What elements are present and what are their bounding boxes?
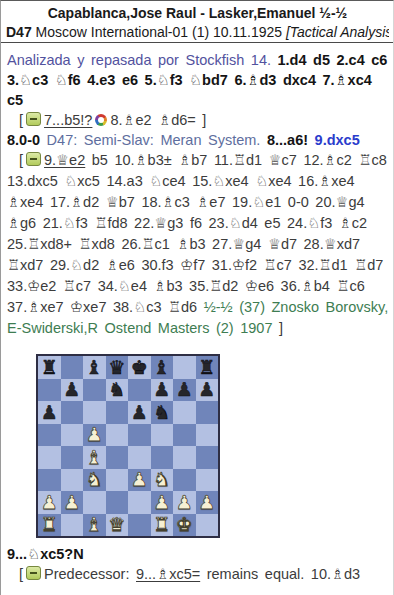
white-pawn: ♟ (131, 470, 148, 489)
square-g3[interactable] (173, 469, 196, 492)
square-a3[interactable] (38, 469, 61, 492)
white-pawn: ♟ (63, 493, 80, 512)
square-f5[interactable] (151, 424, 174, 447)
square-c2[interactable] (83, 491, 106, 514)
square-d4[interactable] (106, 446, 129, 469)
mainline-paragraph: Analizada y repasada por Stockfish 14. 1… (7, 50, 389, 110)
square-f1[interactable]: ♜ (151, 514, 174, 537)
white-pawn: ♟ (153, 493, 170, 512)
collapse-variation-icon[interactable] (26, 566, 41, 580)
square-g5[interactable] (173, 424, 196, 447)
black-pawn: ♟ (153, 380, 170, 399)
square-g6[interactable] (173, 401, 196, 424)
white-pawn: ♟ (198, 493, 215, 512)
engine-annotation-text: Analizada y repasada por Stockfish 14. (7, 52, 271, 68)
square-a4[interactable] (38, 446, 61, 469)
square-b8[interactable] (61, 356, 84, 379)
square-e5[interactable] (128, 424, 151, 447)
black-pawn: ♟ (41, 403, 58, 422)
bracket-open: [ (19, 566, 23, 582)
black-king: ♚ (131, 358, 148, 377)
square-a2[interactable]: ♟ (38, 491, 61, 514)
bracket-close: ] (279, 320, 283, 336)
square-d5[interactable] (106, 424, 129, 447)
notation-body: Analizada y repasada por Stockfish 14. 1… (1, 43, 393, 584)
square-f4[interactable] (151, 446, 174, 469)
square-d2[interactable] (106, 491, 129, 514)
variation-move-link[interactable]: 7...b5!? (44, 112, 92, 128)
eco-code: D47 (6, 24, 32, 40)
predecessor-label: Predecessor: (44, 566, 129, 582)
black-pawn: ♟ (131, 403, 148, 422)
white-pawn: ♟ (86, 425, 103, 444)
square-f2[interactable]: ♟ (151, 491, 174, 514)
white-knight: ♞ (153, 470, 170, 489)
chess-board: ♜♝♛♚♝♜♟♞♟♟♟♟♟♞♟♝♞♟♞♟♟♟♟♟♜♝♛♜♚ (36, 354, 220, 538)
square-e2[interactable] (128, 491, 151, 514)
variation-moves[interactable]: b5 10.♗b3± ♗b7 11.♖d1 ♕c7 12.♗c2 ♖c8 13.… (7, 152, 387, 315)
square-f8[interactable]: ♝ (151, 356, 174, 379)
square-d7[interactable]: ♞ (106, 379, 129, 402)
square-e8[interactable]: ♚ (128, 356, 151, 379)
black-knight: ♞ (153, 403, 170, 422)
black-pawn: ♟ (63, 380, 80, 399)
square-d3[interactable] (106, 469, 129, 492)
collapse-variation-icon[interactable] (26, 152, 41, 166)
square-e3[interactable]: ♟ (128, 469, 151, 492)
bracket-open: [ (19, 112, 23, 128)
square-h5[interactable] (196, 424, 219, 447)
square-h7[interactable]: ♟ (196, 379, 219, 402)
square-c3[interactable]: ♞ (83, 469, 106, 492)
square-h6[interactable] (196, 401, 219, 424)
game-info: D47 Moscow International-01 (1) 10.11.19… (6, 24, 389, 40)
square-f6[interactable]: ♞ (151, 401, 174, 424)
white-bishop: ♝ (86, 448, 103, 467)
square-c6[interactable] (83, 401, 106, 424)
white-rook: ♜ (153, 515, 170, 534)
predecessor-line: [Predecessor: 9...♗xc5= remains equal. 1… (7, 564, 389, 584)
mainline-line-2: 8.0-0 D47: Semi-Slav: Meran System. 8...… (7, 130, 389, 150)
game-header: Capablanca,Jose Raul - Lasker,Emanuel ½-… (1, 1, 393, 43)
variation-line-1: [7...b5!?8.♗e2 ♗d6= ] (7, 110, 389, 130)
predecessor-next-move[interactable]: 10.♗d3 (311, 566, 360, 582)
black-bishop: ♝ (153, 358, 170, 377)
white-king: ♚ (176, 515, 193, 534)
current-move[interactable]: 9...♘xc5?N (7, 544, 389, 564)
square-c8[interactable]: ♝ (83, 356, 106, 379)
black-pawn: ♟ (176, 380, 193, 399)
predecessor-comment: remains equal. (207, 566, 305, 582)
square-g1[interactable]: ♚ (173, 514, 196, 537)
square-b6[interactable] (61, 401, 84, 424)
square-d1[interactable]: ♛ (106, 514, 129, 537)
move-dxc5[interactable]: 9.dxc5 (315, 132, 360, 148)
variation-move-link[interactable]: 9.♕e2 (44, 152, 85, 168)
square-b4[interactable] (61, 446, 84, 469)
square-a6[interactable]: ♟ (38, 401, 61, 424)
white-rook: ♜ (41, 515, 58, 534)
square-b3[interactable] (61, 469, 84, 492)
black-rook: ♜ (41, 358, 58, 377)
black-queen: ♛ (108, 358, 125, 377)
variation-line-2: [9.♕e2 b5 10.♗b3± ♗b7 11.♖d1 ♕c7 12.♗c2 … (7, 150, 389, 339)
square-d8[interactable]: ♛ (106, 356, 129, 379)
square-c1[interactable]: ♝ (83, 514, 106, 537)
square-b1[interactable] (61, 514, 84, 537)
opening-name: D47: Semi-Slav: Meran System. (47, 132, 261, 148)
move-castles[interactable]: 8.0-0 (7, 132, 40, 148)
white-bishop: ♝ (86, 515, 103, 534)
annotator-tag: [Tactical Analysis (286, 24, 389, 40)
square-f7[interactable]: ♟ (151, 379, 174, 402)
white-pawn: ♟ (41, 493, 58, 512)
square-c7[interactable] (83, 379, 106, 402)
square-b2[interactable]: ♟ (61, 491, 84, 514)
square-g7[interactable]: ♟ (173, 379, 196, 402)
black-pawn: ♟ (198, 380, 215, 399)
square-a7[interactable] (38, 379, 61, 402)
square-g4[interactable] (173, 446, 196, 469)
black-knight: ♞ (108, 380, 125, 399)
livebook-icon-center (98, 117, 104, 123)
square-a1[interactable]: ♜ (38, 514, 61, 537)
black-rook: ♜ (198, 358, 215, 377)
square-e6[interactable]: ♟ (128, 401, 151, 424)
white-knight: ♞ (86, 470, 103, 489)
square-a8[interactable]: ♜ (38, 356, 61, 379)
bracket-close: ] (202, 112, 206, 128)
predecessor-move-link[interactable]: 9...♗xc5= (136, 566, 200, 582)
players-result: Capablanca,Jose Raul - Lasker,Emanuel ½-… (6, 5, 389, 21)
notation-panel: Capablanca,Jose Raul - Lasker,Emanuel ½-… (0, 0, 394, 595)
event-info: Moscow International-01 (1) 10.11.1925 (36, 24, 282, 40)
square-b5[interactable] (61, 424, 84, 447)
square-h3[interactable] (196, 469, 219, 492)
black-bishop: ♝ (86, 358, 103, 377)
square-h8[interactable]: ♜ (196, 356, 219, 379)
square-g8[interactable] (173, 356, 196, 379)
square-e1[interactable] (128, 514, 151, 537)
square-b7[interactable]: ♟ (61, 379, 84, 402)
square-d6[interactable] (106, 401, 129, 424)
square-c4[interactable]: ♝ (83, 446, 106, 469)
square-h4[interactable] (196, 446, 219, 469)
square-e7[interactable] (128, 379, 151, 402)
white-queen: ♛ (108, 515, 125, 534)
bracket-open: [ (19, 152, 23, 168)
move-a6[interactable]: 8...a6! (267, 132, 308, 148)
square-g2[interactable]: ♟ (173, 491, 196, 514)
livebook-icon[interactable] (95, 114, 107, 126)
variation-moves[interactable]: 8.♗e2 ♗d6= (110, 112, 195, 128)
square-f3[interactable]: ♞ (151, 469, 174, 492)
white-pawn: ♟ (176, 493, 193, 512)
square-a5[interactable] (38, 424, 61, 447)
square-h1[interactable] (196, 514, 219, 537)
collapse-variation-icon[interactable] (26, 112, 41, 126)
square-e4[interactable] (128, 446, 151, 469)
square-h2[interactable]: ♟ (196, 491, 219, 514)
square-c5[interactable]: ♟ (83, 424, 106, 447)
